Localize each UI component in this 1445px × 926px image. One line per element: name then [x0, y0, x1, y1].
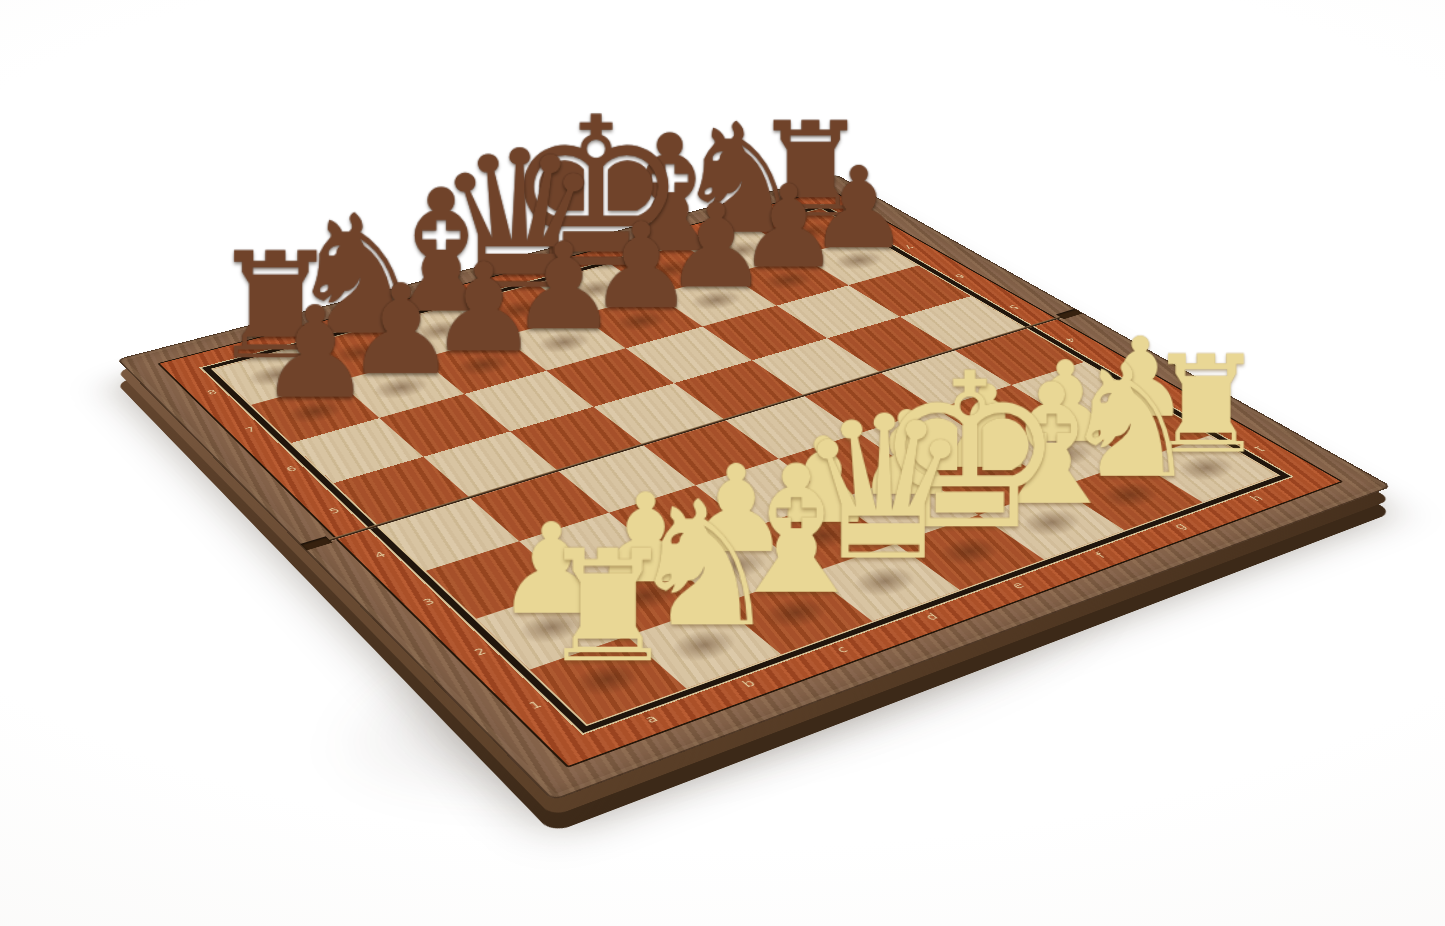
scene: ♜♞♝♛♚♝♞♜♟♟♟♟♟♟♟♟♟♟♟♟♟♟♟♟♜♞♝♛♚♝♞♜ abcdefg… — [0, 0, 1445, 926]
board-top-face: ♜♞♝♛♚♝♞♜♟♟♟♟♟♟♟♟♟♟♟♟♟♟♟♟♜♞♝♛♚♝♞♜ abcdefg… — [117, 174, 1392, 801]
squares-grid: ♜♞♝♛♚♝♞♜♟♟♟♟♟♟♟♟♟♟♟♟♟♟♟♟♜♞♝♛♚♝♞♜ — [213, 209, 1277, 725]
piece-white-rook: ♜ — [337, 537, 878, 679]
piece-black-pawn: ♟ — [51, 295, 580, 412]
photo-stage: ♜♞♝♛♚♝♞♜♟♟♟♟♟♟♟♟♟♟♟♟♟♟♟♟♜♞♝♛♚♝♞♜ abcdefg… — [0, 0, 1445, 926]
chess-board: ♜♞♝♛♚♝♞♜♟♟♟♟♟♟♟♟♟♟♟♟♟♟♟♟♜♞♝♛♚♝♞♜ abcdefg… — [117, 174, 1392, 801]
